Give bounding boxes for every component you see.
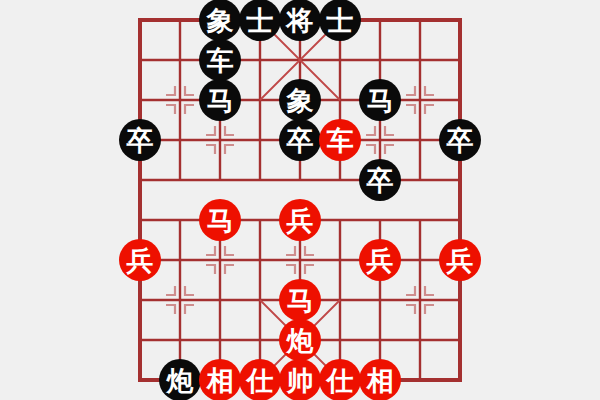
red-soldier[interactable]: 兵 [439, 239, 481, 281]
red-soldier[interactable]: 兵 [279, 199, 321, 241]
black-horse[interactable]: 马 [199, 79, 241, 121]
black-soldier[interactable]: 卒 [279, 119, 321, 161]
black-elephant[interactable]: 象 [199, 0, 241, 41]
red-cannon[interactable]: 炮 [279, 319, 321, 361]
red-horse[interactable]: 马 [199, 199, 241, 241]
black-chariot[interactable]: 车 [199, 39, 241, 81]
red-elephant[interactable]: 相 [199, 359, 241, 400]
board-grid[interactable]: 象士将士车马象马卒卒车卒卒马兵兵兵兵马炮炮相仕帅仕相 [120, 0, 480, 400]
red-advisor[interactable]: 仕 [319, 359, 361, 400]
black-soldier[interactable]: 卒 [359, 159, 401, 201]
black-advisor[interactable]: 士 [239, 0, 281, 41]
black-advisor[interactable]: 士 [319, 0, 361, 41]
black-elephant[interactable]: 象 [279, 79, 321, 121]
red-general[interactable]: 帅 [279, 359, 321, 400]
red-advisor[interactable]: 仕 [239, 359, 281, 400]
black-soldier[interactable]: 卒 [439, 119, 481, 161]
red-horse[interactable]: 马 [279, 279, 321, 321]
black-general[interactable]: 将 [279, 0, 321, 41]
xiangqi-board: 象士将士车马象马卒卒车卒卒马兵兵兵兵马炮炮相仕帅仕相 [0, 0, 600, 400]
black-horse[interactable]: 马 [359, 79, 401, 121]
black-soldier[interactable]: 卒 [119, 119, 161, 161]
red-soldier[interactable]: 兵 [119, 239, 161, 281]
red-chariot[interactable]: 车 [319, 119, 361, 161]
red-soldier[interactable]: 兵 [359, 239, 401, 281]
black-cannon[interactable]: 炮 [159, 359, 201, 400]
red-elephant[interactable]: 相 [359, 359, 401, 400]
